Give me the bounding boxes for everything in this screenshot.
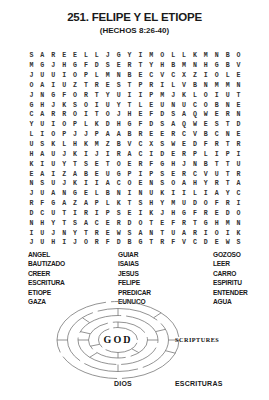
grid-cell[interactable]: C [113, 179, 124, 189]
grid-cell[interactable]: A [70, 169, 81, 179]
grid-cell[interactable]: O [70, 90, 81, 100]
grid-cell[interactable]: B [124, 130, 135, 140]
grid-cell[interactable]: T [189, 218, 200, 228]
grid-cell[interactable]: A [37, 149, 48, 159]
grid-cell[interactable]: M [146, 51, 157, 61]
grid-cell[interactable]: F [135, 120, 146, 130]
grid-cell[interactable]: O [200, 199, 211, 209]
grid-cell[interactable]: E [168, 149, 179, 159]
grid-cell[interactable]: N [200, 81, 211, 91]
grid-cell[interactable]: A [179, 179, 190, 189]
grid-cell[interactable]: T [146, 218, 157, 228]
grid-cell[interactable]: V [200, 169, 211, 179]
grid-cell[interactable]: R [222, 110, 233, 120]
grid-cell[interactable]: D [113, 238, 124, 248]
grid-cell[interactable]: H [59, 61, 70, 71]
grid-cell[interactable]: J [80, 130, 91, 140]
grid-cell[interactable]: L [102, 199, 113, 209]
grid-cell[interactable]: V [179, 81, 190, 91]
grid-cell[interactable]: O [157, 51, 168, 61]
grid-cell[interactable]: Z [59, 169, 70, 179]
grid-cell[interactable]: O [70, 71, 81, 81]
grid-cell[interactable]: D [146, 120, 157, 130]
grid-cell[interactable]: I [211, 90, 222, 100]
grid-cell[interactable]: E [233, 100, 244, 110]
grid-cell[interactable]: R [26, 199, 37, 209]
grid-cell[interactable]: K [113, 199, 124, 209]
grid-cell[interactable]: G [179, 209, 190, 219]
grid-cell[interactable]: P [135, 81, 146, 91]
grid-cell[interactable]: D [189, 140, 200, 150]
grid-cell[interactable]: A [48, 189, 59, 199]
grid-cell[interactable]: O [168, 179, 179, 189]
grid-cell[interactable]: G [157, 159, 168, 169]
grid-cell[interactable]: H [200, 61, 211, 71]
grid-cell[interactable]: F [37, 199, 48, 209]
grid-cell[interactable]: N [113, 71, 124, 81]
grid-cell[interactable]: V [124, 140, 135, 150]
grid-cell[interactable]: I [211, 149, 222, 159]
grid-cell[interactable]: S [135, 199, 146, 209]
grid-cell[interactable]: T [146, 238, 157, 248]
grid-cell[interactable]: K [59, 100, 70, 110]
grid-cell[interactable]: U [102, 169, 113, 179]
grid-cell[interactable]: B [200, 159, 211, 169]
grid-cell[interactable]: T [80, 228, 91, 238]
grid-cell[interactable]: C [91, 218, 102, 228]
grid-cell[interactable]: P [222, 149, 233, 159]
grid-cell[interactable]: L [26, 130, 37, 140]
grid-cell[interactable]: E [102, 218, 113, 228]
grid-cell[interactable]: L [59, 140, 70, 150]
grid-cell[interactable]: J [168, 90, 179, 100]
grid-cell[interactable]: S [70, 218, 81, 228]
grid-cell[interactable]: A [179, 110, 190, 120]
grid-cell[interactable]: M [179, 61, 190, 71]
grid-cell[interactable]: N [59, 189, 70, 199]
grid-cell[interactable]: N [168, 100, 179, 110]
grid-cell[interactable]: O [200, 90, 211, 100]
grid-cell[interactable]: H [168, 159, 179, 169]
grid-cell[interactable]: N [211, 51, 222, 61]
grid-cell[interactable]: L [189, 90, 200, 100]
grid-cell[interactable]: T [80, 81, 91, 91]
grid-cell[interactable]: I [80, 179, 91, 189]
grid-cell[interactable]: H [157, 61, 168, 71]
grid-cell[interactable]: K [26, 159, 37, 169]
grid-cell[interactable]: H [48, 238, 59, 248]
grid-cell[interactable]: W [200, 110, 211, 120]
grid-cell[interactable]: T [211, 159, 222, 169]
grid-cell[interactable]: A [80, 199, 91, 209]
grid-cell[interactable]: A [102, 179, 113, 189]
grid-cell[interactable]: S [113, 81, 124, 91]
grid-cell[interactable]: S [124, 228, 135, 238]
grid-cell[interactable]: Z [70, 81, 81, 91]
grid-cell[interactable]: R [211, 179, 222, 189]
grid-cell[interactable]: S [157, 179, 168, 189]
grid-cell[interactable]: K [189, 51, 200, 61]
grid-cell[interactable]: J [70, 238, 81, 248]
grid-cell[interactable]: I [48, 81, 59, 91]
grid-cell[interactable]: B [168, 61, 179, 71]
grid-cell[interactable]: A [211, 189, 222, 199]
grid-cell[interactable]: E [211, 209, 222, 219]
grid-cell[interactable]: U [48, 159, 59, 169]
grid-cell[interactable]: I [157, 81, 168, 91]
grid-cell[interactable]: E [157, 130, 168, 140]
grid-cell[interactable]: E [102, 81, 113, 91]
grid-cell[interactable]: H [37, 100, 48, 110]
grid-cell[interactable]: D [157, 110, 168, 120]
grid-cell[interactable]: M [222, 81, 233, 91]
grid-cell[interactable]: S [211, 120, 222, 130]
grid-cell[interactable]: S [233, 238, 244, 248]
grid-cell[interactable]: D [157, 149, 168, 159]
grid-cell[interactable]: Q [179, 120, 190, 130]
grid-cell[interactable]: E [135, 71, 146, 81]
grid-cell[interactable]: R [179, 169, 190, 179]
grid-cell[interactable]: E [200, 120, 211, 130]
grid-cell[interactable]: Y [124, 51, 135, 61]
grid-cell[interactable]: T [222, 179, 233, 189]
grid-cell[interactable]: O [113, 159, 124, 169]
grid-cell[interactable]: L [189, 189, 200, 199]
grid-cell[interactable]: M [168, 199, 179, 209]
grid-cell[interactable]: I [124, 90, 135, 100]
grid-cell[interactable]: W [168, 140, 179, 150]
grid-cell[interactable]: F [59, 90, 70, 100]
grid-cell[interactable]: N [59, 228, 70, 238]
grid-cell[interactable]: L [80, 51, 91, 61]
grid-cell[interactable]: U [48, 71, 59, 81]
grid-cell[interactable]: H [113, 120, 124, 130]
grid-cell[interactable]: M [26, 61, 37, 71]
grid-cell[interactable]: E [179, 140, 190, 150]
grid-cell[interactable]: W [222, 238, 233, 248]
grid-cell[interactable]: U [233, 159, 244, 169]
grid-cell[interactable]: C [211, 130, 222, 140]
grid-cell[interactable]: H [124, 110, 135, 120]
grid-cell[interactable]: E [59, 51, 70, 61]
grid-cell[interactable]: Y [222, 189, 233, 199]
grid-cell[interactable]: U [37, 71, 48, 81]
grid-cell[interactable]: E [135, 110, 146, 120]
grid-cell[interactable]: C [189, 100, 200, 110]
grid-cell[interactable]: E [233, 130, 244, 140]
grid-cell[interactable]: Y [102, 90, 113, 100]
grid-cell[interactable]: S [113, 209, 124, 219]
grid-cell[interactable]: U [37, 120, 48, 130]
grid-cell[interactable]: U [179, 199, 190, 209]
grid-cell[interactable]: M [200, 51, 211, 61]
grid-cell[interactable]: R [135, 159, 146, 169]
grid-cell[interactable]: I [135, 90, 146, 100]
grid-cell[interactable]: G [26, 100, 37, 110]
grid-cell[interactable]: O [70, 110, 81, 120]
grid-cell[interactable]: P [102, 209, 113, 219]
grid-cell[interactable]: O [102, 110, 113, 120]
grid-cell[interactable]: K [233, 228, 244, 238]
grid-cell[interactable]: W [189, 120, 200, 130]
grid-cell[interactable]: T [59, 218, 70, 228]
grid-cell[interactable]: O [80, 238, 91, 248]
grid-cell[interactable]: P [59, 130, 70, 140]
grid-cell[interactable]: Z [102, 140, 113, 150]
grid-cell[interactable]: C [37, 209, 48, 219]
grid-cell[interactable]: J [26, 189, 37, 199]
grid-cell[interactable]: I [135, 51, 146, 61]
grid-cell[interactable]: C [146, 71, 157, 81]
grid-cell[interactable]: U [157, 100, 168, 110]
grid-cell[interactable]: U [37, 189, 48, 199]
grid-cell[interactable]: U [48, 209, 59, 219]
grid-cell[interactable]: F [211, 199, 222, 209]
grid-cell[interactable]: O [200, 100, 211, 110]
grid-cell[interactable]: M [102, 71, 113, 81]
grid-cell[interactable]: U [113, 90, 124, 100]
grid-cell[interactable]: S [26, 51, 37, 61]
grid-cell[interactable]: T [59, 209, 70, 219]
grid-cell[interactable]: N [26, 179, 37, 189]
grid-cell[interactable]: L [168, 81, 179, 91]
grid-cell[interactable]: Z [189, 71, 200, 81]
grid-cell[interactable]: U [222, 90, 233, 100]
grid-cell[interactable]: T [91, 90, 102, 100]
grid-cell[interactable]: E [233, 71, 244, 81]
grid-cell[interactable]: S [168, 110, 179, 120]
grid-cell[interactable]: J [91, 149, 102, 159]
grid-cell[interactable]: E [146, 100, 157, 110]
grid-cell[interactable]: O [48, 130, 59, 140]
grid-cell[interactable]: Y [48, 218, 59, 228]
grid-cell[interactable]: F [168, 218, 179, 228]
grid-cell[interactable]: K [48, 140, 59, 150]
grid-cell[interactable]: N [189, 61, 200, 71]
grid-cell[interactable]: V [233, 61, 244, 71]
grid-cell[interactable]: T [91, 110, 102, 120]
grid-cell[interactable]: R [211, 140, 222, 150]
grid-cell[interactable]: Y [59, 159, 70, 169]
grid-cell[interactable]: J [179, 159, 190, 169]
grid-cell[interactable]: E [135, 179, 146, 189]
grid-cell[interactable]: O [26, 81, 37, 91]
grid-cell[interactable]: I [146, 149, 157, 159]
grid-cell[interactable]: T [124, 81, 135, 91]
grid-cell[interactable]: B [200, 130, 211, 140]
grid-cell[interactable]: I [80, 149, 91, 159]
grid-cell[interactable]: E [211, 238, 222, 248]
grid-cell[interactable]: D [102, 120, 113, 130]
grid-cell[interactable]: H [189, 179, 200, 189]
grid-cell[interactable]: C [26, 110, 37, 120]
grid-cell[interactable]: R [146, 81, 157, 91]
grid-cell[interactable]: A [37, 110, 48, 120]
grid-cell[interactable]: L [80, 120, 91, 130]
grid-cell[interactable]: R [233, 169, 244, 179]
grid-cell[interactable]: U [179, 100, 190, 110]
grid-cell[interactable]: O [135, 218, 146, 228]
grid-cell[interactable]: R [200, 209, 211, 219]
grid-cell[interactable]: A [124, 149, 135, 159]
grid-cell[interactable]: D [26, 209, 37, 219]
grid-cell[interactable]: E [124, 159, 135, 169]
grid-cell[interactable]: E [124, 209, 135, 219]
grid-cell[interactable]: R [222, 199, 233, 209]
grid-cell[interactable]: S [70, 100, 81, 110]
grid-cell[interactable]: D [222, 209, 233, 219]
grid-cell[interactable]: B [222, 51, 233, 61]
grid-cell[interactable]: G [135, 238, 146, 248]
grid-cell[interactable]: R [48, 51, 59, 61]
grid-cell[interactable]: U [37, 238, 48, 248]
grid-cell[interactable]: R [80, 90, 91, 100]
grid-cell[interactable]: J [113, 110, 124, 120]
grid-cell[interactable]: A [37, 169, 48, 179]
grid-cell[interactable]: Z [70, 199, 81, 209]
grid-cell[interactable]: C [179, 130, 190, 140]
grid-cell[interactable]: I [200, 189, 211, 199]
grid-cell[interactable]: F [189, 209, 200, 219]
grid-cell[interactable]: S [157, 169, 168, 179]
grid-cell[interactable]: D [124, 218, 135, 228]
grid-cell[interactable]: I [233, 199, 244, 209]
grid-cell[interactable]: A [135, 228, 146, 238]
grid-cell[interactable]: E [91, 169, 102, 179]
grid-cell[interactable]: I [135, 209, 146, 219]
grid-cell[interactable]: B [80, 169, 91, 179]
grid-cell[interactable]: E [70, 51, 81, 61]
grid-cell[interactable]: O [59, 120, 70, 130]
grid-cell[interactable]: L [91, 189, 102, 199]
grid-cell[interactable]: I [200, 71, 211, 81]
grid-cell[interactable]: R [157, 238, 168, 248]
grid-cell[interactable]: V [179, 238, 190, 248]
grid-cell[interactable]: D [233, 120, 244, 130]
grid-cell[interactable]: N [189, 159, 200, 169]
grid-cell[interactable]: K [80, 140, 91, 150]
grid-cell[interactable]: V [189, 130, 200, 140]
grid-cell[interactable]: G [113, 51, 124, 61]
grid-cell[interactable]: S [157, 120, 168, 130]
grid-cell[interactable]: Y [157, 199, 168, 209]
grid-cell[interactable]: K [70, 149, 81, 159]
grid-cell[interactable]: G [37, 61, 48, 71]
grid-cell[interactable]: H [211, 218, 222, 228]
grid-cell[interactable]: I [26, 228, 37, 238]
grid-cell[interactable]: E [26, 169, 37, 179]
grid-cell[interactable]: R [135, 130, 146, 140]
grid-cell[interactable]: B [222, 61, 233, 71]
grid-cell[interactable]: N [146, 179, 157, 189]
grid-cell[interactable]: M [91, 140, 102, 150]
grid-cell[interactable]: H [168, 209, 179, 219]
grid-cell[interactable]: K [179, 90, 190, 100]
grid-cell[interactable]: I [37, 159, 48, 169]
grid-cell[interactable]: D [189, 199, 200, 209]
grid-cell[interactable]: R [80, 209, 91, 219]
grid-cell[interactable]: A [179, 228, 190, 238]
grid-cell[interactable]: N [113, 189, 124, 199]
grid-cell[interactable]: C [135, 149, 146, 159]
grid-cell[interactable]: I [91, 209, 102, 219]
grid-cell[interactable]: U [37, 228, 48, 238]
grid-cell[interactable]: R [113, 149, 124, 159]
grid-cell[interactable]: G [124, 120, 135, 130]
grid-cell[interactable]: M [157, 90, 168, 100]
grid-cell[interactable]: P [146, 90, 157, 100]
grid-cell[interactable]: C [135, 140, 146, 150]
grid-cell[interactable]: F [146, 159, 157, 169]
grid-cell[interactable]: H [37, 218, 48, 228]
grid-cell[interactable]: E [168, 169, 179, 179]
grid-cell[interactable]: O [211, 228, 222, 238]
grid-cell[interactable]: P [124, 169, 135, 179]
grid-cell[interactable]: L [135, 100, 146, 110]
grid-cell[interactable]: S [80, 159, 91, 169]
grid-cell[interactable]: P [189, 149, 200, 159]
grid-cell[interactable]: L [91, 71, 102, 81]
grid-cell[interactable]: A [113, 130, 124, 140]
grid-cell[interactable]: R [113, 218, 124, 228]
grid-cell[interactable]: T [124, 100, 135, 110]
grid-cell[interactable]: R [91, 228, 102, 238]
grid-cell[interactable]: X [179, 71, 190, 81]
grid-cell[interactable]: Y [146, 61, 157, 71]
grid-cell[interactable]: P [80, 71, 91, 81]
grid-cell[interactable]: J [48, 100, 59, 110]
grid-cell[interactable]: B [189, 81, 200, 91]
grid-cell[interactable]: U [26, 140, 37, 150]
grid-cell[interactable]: Y [70, 228, 81, 238]
grid-cell[interactable]: R [48, 110, 59, 120]
grid-cell[interactable]: E [102, 228, 113, 238]
grid-cell[interactable]: K [146, 209, 157, 219]
grid-cell[interactable]: I [102, 149, 113, 159]
grid-cell[interactable]: C [189, 169, 200, 179]
grid-cell[interactable]: S [157, 140, 168, 150]
grid-cell[interactable]: I [222, 228, 233, 238]
grid-cell[interactable]: M [211, 81, 222, 91]
grid-cell[interactable]: J [59, 149, 70, 159]
grid-cell[interactable]: U [168, 228, 179, 238]
grid-cell[interactable]: I [91, 179, 102, 189]
grid-cell[interactable]: D [91, 61, 102, 71]
grid-cell[interactable]: I [168, 189, 179, 199]
grid-cell[interactable]: G [70, 61, 81, 71]
grid-cell[interactable]: L [200, 149, 211, 159]
grid-cell[interactable]: B [124, 238, 135, 248]
grid-cell[interactable]: G [113, 169, 124, 179]
grid-cell[interactable]: X [146, 140, 157, 150]
grid-cell[interactable]: I [80, 110, 91, 120]
grid-cell[interactable]: L [168, 51, 179, 61]
grid-cell[interactable]: A [37, 51, 48, 61]
grid-cell[interactable]: A [233, 179, 244, 189]
grid-cell[interactable]: U [59, 81, 70, 91]
grid-cell[interactable]: B [211, 100, 222, 110]
grid-cell[interactable]: J [102, 51, 113, 61]
grid-cell[interactable]: T [222, 140, 233, 150]
grid-cell[interactable]: U [102, 100, 113, 110]
grid-cell[interactable]: E [80, 189, 91, 199]
grid-cell[interactable]: C [168, 71, 179, 81]
grid-cell[interactable]: R [91, 238, 102, 248]
grid-cell[interactable]: N [233, 81, 244, 91]
grid-cell[interactable]: Y [200, 179, 211, 189]
grid-cell[interactable]: E [157, 218, 168, 228]
grid-cell[interactable]: O [211, 71, 222, 81]
